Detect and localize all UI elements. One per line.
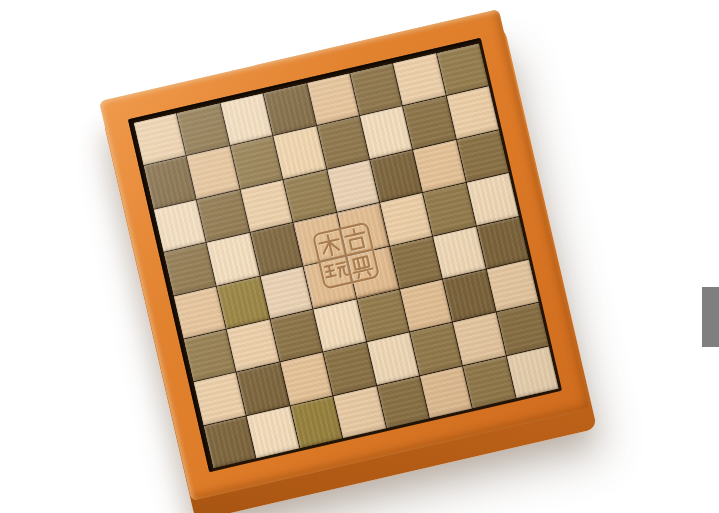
board	[134, 43, 559, 468]
board-cell	[506, 346, 558, 398]
tray-well	[128, 38, 562, 472]
scrollbar-thumb[interactable]	[702, 287, 719, 347]
product-photo	[0, 0, 719, 513]
seal-engraving	[308, 218, 384, 294]
